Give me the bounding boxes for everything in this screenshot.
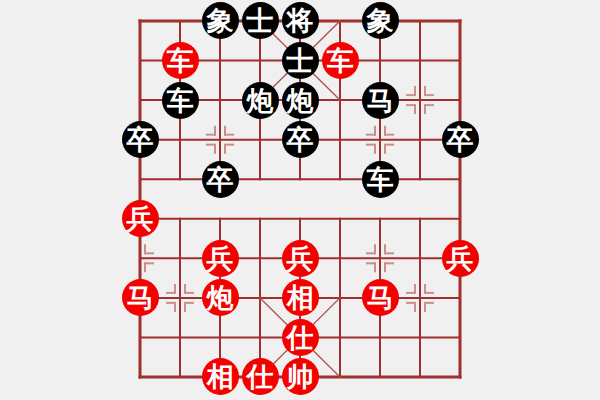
piece-black-elephant[interactable]: 象: [202, 2, 239, 39]
piece-red-advisor[interactable]: 仕: [242, 358, 279, 395]
piece-layer: 象士将象车士车车炮炮马卒卒卒卒车兵兵兵兵马炮相马仕相仕帅: [120, 1, 480, 396]
piece-red-elephant[interactable]: 相: [282, 279, 319, 316]
piece-red-cannon[interactable]: 炮: [202, 279, 239, 316]
piece-black-soldier[interactable]: 卒: [122, 121, 159, 158]
piece-red-elephant[interactable]: 相: [202, 358, 239, 395]
piece-red-chariot[interactable]: 车: [322, 42, 359, 79]
piece-black-horse[interactable]: 马: [362, 82, 399, 119]
piece-black-cannon[interactable]: 炮: [242, 82, 279, 119]
piece-red-horse[interactable]: 马: [362, 279, 399, 316]
xiangqi-position-screen: 象士将象车士车车炮炮马卒卒卒卒车兵兵兵兵马炮相马仕相仕帅: [0, 0, 600, 400]
piece-red-soldier[interactable]: 兵: [202, 240, 239, 277]
piece-red-soldier[interactable]: 兵: [122, 200, 159, 237]
piece-black-soldier[interactable]: 卒: [442, 121, 479, 158]
piece-red-chariot[interactable]: 车: [162, 42, 199, 79]
piece-red-soldier[interactable]: 兵: [442, 240, 479, 277]
piece-red-horse[interactable]: 马: [122, 279, 159, 316]
piece-black-elephant[interactable]: 象: [362, 2, 399, 39]
piece-red-soldier[interactable]: 兵: [282, 240, 319, 277]
piece-red-general[interactable]: 帅: [282, 358, 319, 395]
piece-black-chariot[interactable]: 车: [362, 161, 399, 198]
piece-black-chariot[interactable]: 车: [162, 82, 199, 119]
piece-black-soldier[interactable]: 卒: [202, 161, 239, 198]
piece-black-advisor[interactable]: 士: [282, 42, 319, 79]
piece-red-advisor[interactable]: 仕: [282, 319, 319, 356]
piece-black-cannon[interactable]: 炮: [282, 82, 319, 119]
piece-black-advisor[interactable]: 士: [242, 2, 279, 39]
piece-black-general[interactable]: 将: [282, 2, 319, 39]
piece-black-soldier[interactable]: 卒: [282, 121, 319, 158]
